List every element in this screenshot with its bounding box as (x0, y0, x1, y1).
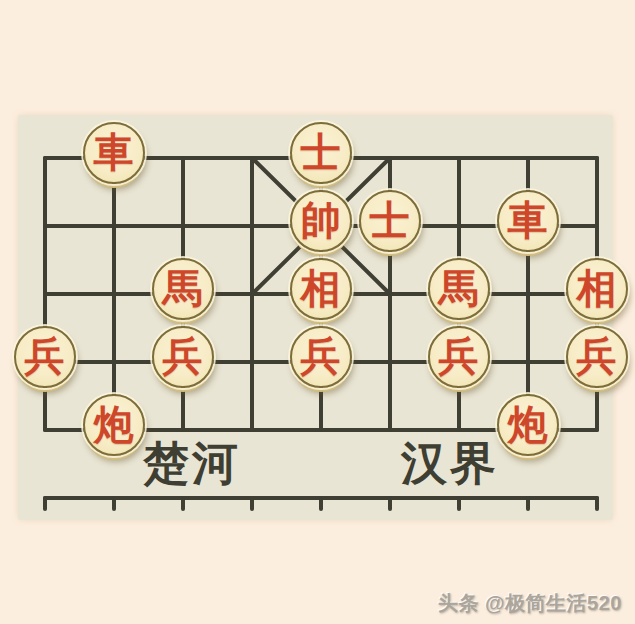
piece-cannon[interactable]: 炮 (83, 394, 145, 456)
lower-half-file-stub (595, 496, 599, 511)
piece-glyph: 兵 (577, 336, 617, 378)
lower-half-file-stub (181, 496, 185, 511)
piece-advisor[interactable]: 士 (290, 122, 352, 184)
pieces-layer: 車士帥士車馬相馬相兵兵兵兵兵炮炮 (10, 124, 631, 464)
piece-soldier[interactable]: 兵 (566, 326, 628, 388)
piece-horse[interactable]: 馬 (428, 258, 490, 320)
piece-glyph: 兵 (439, 336, 479, 378)
piece-cannon[interactable]: 炮 (497, 394, 559, 456)
piece-soldier[interactable]: 兵 (14, 326, 76, 388)
piece-glyph: 炮 (508, 404, 548, 446)
piece-soldier[interactable]: 兵 (152, 326, 214, 388)
piece-glyph: 相 (577, 268, 617, 310)
lower-half-file-stub (112, 496, 116, 511)
piece-glyph: 士 (301, 132, 341, 174)
lower-half-file-stub (319, 496, 323, 511)
piece-glyph: 兵 (301, 336, 341, 378)
watermark-text: 头条 @极简生活520 (438, 590, 622, 617)
piece-glyph: 車 (508, 200, 548, 242)
lower-half-file-stub (250, 496, 254, 511)
lower-half-file-stub (43, 496, 47, 511)
piece-glyph: 馬 (439, 268, 479, 310)
xiangqi-board: 楚河 汉界 車士帥士車馬相馬相兵兵兵兵兵炮炮 (18, 115, 613, 520)
piece-glyph: 車 (94, 132, 134, 174)
piece-glyph: 士 (370, 200, 410, 242)
piece-soldier[interactable]: 兵 (428, 326, 490, 388)
piece-chariot[interactable]: 車 (497, 190, 559, 252)
piece-advisor[interactable]: 士 (359, 190, 421, 252)
piece-chariot[interactable]: 車 (83, 122, 145, 184)
piece-elephant[interactable]: 相 (566, 258, 628, 320)
lower-half-file-stub (457, 496, 461, 511)
piece-general[interactable]: 帥 (290, 190, 352, 252)
piece-horse[interactable]: 馬 (152, 258, 214, 320)
piece-glyph: 炮 (94, 404, 134, 446)
piece-elephant[interactable]: 相 (290, 258, 352, 320)
piece-glyph: 兵 (163, 336, 203, 378)
piece-glyph: 馬 (163, 268, 203, 310)
piece-glyph: 相 (301, 268, 341, 310)
piece-soldier[interactable]: 兵 (290, 326, 352, 388)
screenshot-root: 楚河 汉界 車士帥士車馬相馬相兵兵兵兵兵炮炮 头条 @极简生活520 (0, 0, 635, 624)
piece-glyph: 帥 (301, 200, 341, 242)
lower-half-file-stub (526, 496, 530, 511)
lower-half-file-stub (388, 496, 392, 511)
piece-glyph: 兵 (25, 336, 65, 378)
